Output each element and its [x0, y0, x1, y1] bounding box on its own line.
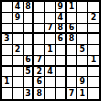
sudoku-cell-empty[interactable]: [13, 56, 24, 67]
sudoku-board: 48919427863682156715241693871: [0, 0, 101, 101]
sudoku-cell-empty[interactable]: [67, 77, 78, 88]
sudoku-cell-empty[interactable]: [2, 56, 13, 67]
sudoku-cell-given[interactable]: 3: [2, 34, 13, 45]
sudoku-cell-given[interactable]: 8: [24, 2, 35, 13]
sudoku-cell-given[interactable]: 8: [34, 88, 45, 99]
sudoku-cell-given[interactable]: 5: [77, 45, 88, 56]
sudoku-cell-empty[interactable]: [67, 13, 78, 24]
sudoku-cell-empty[interactable]: [34, 34, 45, 45]
sudoku-cell-empty[interactable]: [13, 24, 24, 35]
sudoku-cell-empty[interactable]: [13, 77, 24, 88]
sudoku-cell-empty[interactable]: [88, 45, 99, 56]
sudoku-cell-given[interactable]: 9: [56, 2, 67, 13]
sudoku-cell-given[interactable]: 7: [67, 88, 78, 99]
sudoku-cell-empty[interactable]: [34, 2, 45, 13]
sudoku-cell-empty[interactable]: [56, 88, 67, 99]
sudoku-cell-empty[interactable]: [24, 13, 35, 24]
sudoku-cell-given[interactable]: 7: [45, 24, 56, 35]
sudoku-cell-empty[interactable]: [2, 24, 13, 35]
sudoku-cell-empty[interactable]: [24, 24, 35, 35]
sudoku-cell-given[interactable]: 4: [13, 2, 24, 13]
sudoku-cell-given[interactable]: 8: [67, 34, 78, 45]
sudoku-cell-empty[interactable]: [24, 45, 35, 56]
sudoku-cell-given[interactable]: 9: [77, 77, 88, 88]
sudoku-cell-given[interactable]: 1: [45, 45, 56, 56]
sudoku-cell-empty[interactable]: [2, 2, 13, 13]
sudoku-cell-given[interactable]: 6: [34, 77, 45, 88]
sudoku-cell-empty[interactable]: [77, 67, 88, 78]
sudoku-cell-given[interactable]: 9: [13, 13, 24, 24]
sudoku-cell-empty[interactable]: [24, 34, 35, 45]
sudoku-cell-empty[interactable]: [77, 13, 88, 24]
sudoku-cell-empty[interactable]: [56, 45, 67, 56]
sudoku-cell-empty[interactable]: [56, 77, 67, 88]
sudoku-cell-empty[interactable]: [2, 88, 13, 99]
sudoku-cell-given[interactable]: 7: [34, 56, 45, 67]
sudoku-cell-empty[interactable]: [13, 88, 24, 99]
sudoku-cell-empty[interactable]: [88, 24, 99, 35]
sudoku-cell-empty[interactable]: [45, 13, 56, 24]
sudoku-cell-empty[interactable]: [77, 24, 88, 35]
sudoku-cell-given[interactable]: 6: [24, 56, 35, 67]
sudoku-cell-given[interactable]: 1: [67, 2, 78, 13]
sudoku-cell-given[interactable]: 2: [13, 45, 24, 56]
sudoku-cell-empty[interactable]: [77, 56, 88, 67]
sudoku-cell-empty[interactable]: [2, 13, 13, 24]
sudoku-cell-given[interactable]: 2: [34, 67, 45, 78]
sudoku-cell-empty[interactable]: [45, 77, 56, 88]
sudoku-cell-empty[interactable]: [67, 56, 78, 67]
sudoku-cell-empty[interactable]: [88, 34, 99, 45]
sudoku-cell-empty[interactable]: [56, 67, 67, 78]
sudoku-cell-empty[interactable]: [13, 67, 24, 78]
sudoku-cell-empty[interactable]: [88, 77, 99, 88]
sudoku-cell-given[interactable]: 5: [24, 67, 35, 78]
sudoku-cell-given[interactable]: 8: [56, 24, 67, 35]
sudoku-cell-given[interactable]: 1: [2, 77, 13, 88]
sudoku-cell-empty[interactable]: [88, 2, 99, 13]
sudoku-cell-empty[interactable]: [67, 45, 78, 56]
sudoku-cell-empty[interactable]: [88, 67, 99, 78]
sudoku-cell-given[interactable]: 6: [67, 24, 78, 35]
sudoku-cell-empty[interactable]: [67, 67, 78, 78]
sudoku-cell-given[interactable]: 3: [24, 88, 35, 99]
sudoku-cell-empty[interactable]: [13, 34, 24, 45]
sudoku-cell-empty[interactable]: [45, 56, 56, 67]
sudoku-cell-empty[interactable]: [34, 24, 45, 35]
sudoku-cell-empty[interactable]: [34, 13, 45, 24]
sudoku-cell-empty[interactable]: [45, 2, 56, 13]
sudoku-cell-empty[interactable]: [45, 88, 56, 99]
sudoku-cell-empty[interactable]: [24, 77, 35, 88]
sudoku-cell-empty[interactable]: [45, 34, 56, 45]
sudoku-cell-given[interactable]: 4: [56, 13, 67, 24]
sudoku-cell-given[interactable]: 1: [88, 56, 99, 67]
sudoku-cell-empty[interactable]: [2, 45, 13, 56]
sudoku-cell-given[interactable]: 6: [56, 34, 67, 45]
sudoku-cell-empty[interactable]: [88, 88, 99, 99]
sudoku-cell-empty[interactable]: [2, 67, 13, 78]
sudoku-cell-given[interactable]: 1: [77, 88, 88, 99]
sudoku-cell-given[interactable]: 2: [88, 13, 99, 24]
sudoku-cell-empty[interactable]: [77, 2, 88, 13]
sudoku-cell-empty[interactable]: [77, 34, 88, 45]
sudoku-cell-given[interactable]: 4: [45, 67, 56, 78]
sudoku-cell-empty[interactable]: [34, 45, 45, 56]
sudoku-cell-empty[interactable]: [56, 56, 67, 67]
